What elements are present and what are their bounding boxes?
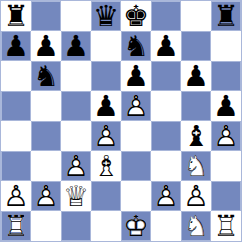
- square-a6[interactable]: [1, 61, 31, 91]
- white-rook: ♜♖: [1, 211, 31, 241]
- square-f1[interactable]: [151, 211, 181, 241]
- square-b1[interactable]: [31, 211, 61, 241]
- square-g4[interactable]: ♝: [181, 121, 211, 151]
- white-rook: ♜♖: [211, 211, 241, 241]
- white-pawn: ♟♙: [31, 181, 61, 211]
- square-e7[interactable]: ♞: [121, 31, 151, 61]
- square-c1[interactable]: [61, 211, 91, 241]
- square-c4[interactable]: [61, 121, 91, 151]
- square-f2[interactable]: ♟♙: [151, 181, 181, 211]
- black-pawn: ♟: [31, 31, 61, 61]
- square-b3[interactable]: [31, 151, 61, 181]
- square-h6[interactable]: [211, 61, 241, 91]
- square-g8[interactable]: [181, 1, 211, 31]
- square-c7[interactable]: ♟: [61, 31, 91, 61]
- black-pawn: ♟: [181, 61, 211, 91]
- square-f7[interactable]: ♟: [151, 31, 181, 61]
- square-f4[interactable]: [151, 121, 181, 151]
- white-pawn: ♟♙: [211, 121, 241, 151]
- square-d6[interactable]: [91, 61, 121, 91]
- black-queen: ♛: [91, 1, 121, 31]
- black-pawn: ♟: [121, 61, 151, 91]
- square-c2[interactable]: ♛♕: [61, 181, 91, 211]
- black-pawn: ♟: [1, 31, 31, 61]
- black-pawn: ♟: [61, 31, 91, 61]
- square-h8[interactable]: ♜: [211, 1, 241, 31]
- square-h3[interactable]: [211, 151, 241, 181]
- square-d3[interactable]: ♝♗: [91, 151, 121, 181]
- black-pawn: ♟: [151, 31, 181, 61]
- white-pawn: ♟♙: [181, 181, 211, 211]
- black-bishop: ♝: [181, 121, 211, 151]
- white-queen: ♛♕: [61, 181, 91, 211]
- square-a8[interactable]: ♜: [1, 1, 31, 31]
- square-b4[interactable]: [31, 121, 61, 151]
- square-c3[interactable]: ♟♙: [61, 151, 91, 181]
- square-a5[interactable]: [1, 91, 31, 121]
- square-h5[interactable]: ♟: [211, 91, 241, 121]
- square-a1[interactable]: ♜♖: [1, 211, 31, 241]
- white-pawn: ♟♙: [151, 181, 181, 211]
- white-pawn: ♟♙: [1, 181, 31, 211]
- square-d1[interactable]: [91, 211, 121, 241]
- square-d5[interactable]: ♟: [91, 91, 121, 121]
- square-d2[interactable]: [91, 181, 121, 211]
- square-g2[interactable]: ♟♙: [181, 181, 211, 211]
- square-a7[interactable]: ♟: [1, 31, 31, 61]
- square-e5[interactable]: ♟♙: [121, 91, 151, 121]
- black-king: ♚: [121, 1, 151, 31]
- square-f8[interactable]: [151, 1, 181, 31]
- square-g3[interactable]: ♞♘: [181, 151, 211, 181]
- black-knight: ♞: [31, 61, 61, 91]
- square-f3[interactable]: [151, 151, 181, 181]
- white-knight: ♞♘: [181, 211, 211, 241]
- square-a4[interactable]: [1, 121, 31, 151]
- square-g7[interactable]: [181, 31, 211, 61]
- square-d7[interactable]: [91, 31, 121, 61]
- square-a2[interactable]: ♟♙: [1, 181, 31, 211]
- square-e4[interactable]: [121, 121, 151, 151]
- black-rook: ♜: [211, 1, 241, 31]
- white-pawn: ♟♙: [121, 91, 151, 121]
- square-b6[interactable]: ♞: [31, 61, 61, 91]
- square-d4[interactable]: ♟♙: [91, 121, 121, 151]
- square-h1[interactable]: ♜♖: [211, 211, 241, 241]
- white-king: ♚♔: [121, 211, 151, 241]
- black-knight: ♞: [121, 31, 151, 61]
- square-e6[interactable]: ♟: [121, 61, 151, 91]
- white-pawn: ♟♙: [61, 151, 91, 181]
- square-c6[interactable]: [61, 61, 91, 91]
- black-rook: ♜: [1, 1, 31, 31]
- square-c5[interactable]: [61, 91, 91, 121]
- black-pawn: ♟: [91, 91, 121, 121]
- square-f5[interactable]: [151, 91, 181, 121]
- square-g6[interactable]: ♟: [181, 61, 211, 91]
- square-b8[interactable]: [31, 1, 61, 31]
- square-a3[interactable]: [1, 151, 31, 181]
- square-h7[interactable]: [211, 31, 241, 61]
- square-h4[interactable]: ♟♙: [211, 121, 241, 151]
- black-pawn: ♟: [211, 91, 241, 121]
- square-h2[interactable]: [211, 181, 241, 211]
- square-e3[interactable]: [121, 151, 151, 181]
- white-pawn: ♟♙: [91, 121, 121, 151]
- square-d8[interactable]: ♛: [91, 1, 121, 31]
- square-e8[interactable]: ♚: [121, 1, 151, 31]
- square-g5[interactable]: [181, 91, 211, 121]
- square-g1[interactable]: ♞♘: [181, 211, 211, 241]
- square-b7[interactable]: ♟: [31, 31, 61, 61]
- square-e2[interactable]: [121, 181, 151, 211]
- square-c8[interactable]: [61, 1, 91, 31]
- chess-board: ♜♛♚♜♟♟♟♞♟♞♟♟♟♟♙♟♟♙♝♟♙♟♙♝♗♞♘♟♙♟♙♛♕♟♙♟♙♜♖♚…: [0, 0, 242, 242]
- white-knight: ♞♘: [181, 151, 211, 181]
- square-e1[interactable]: ♚♔: [121, 211, 151, 241]
- square-f6[interactable]: [151, 61, 181, 91]
- square-b5[interactable]: [31, 91, 61, 121]
- square-b2[interactable]: ♟♙: [31, 181, 61, 211]
- white-bishop: ♝♗: [91, 151, 121, 181]
